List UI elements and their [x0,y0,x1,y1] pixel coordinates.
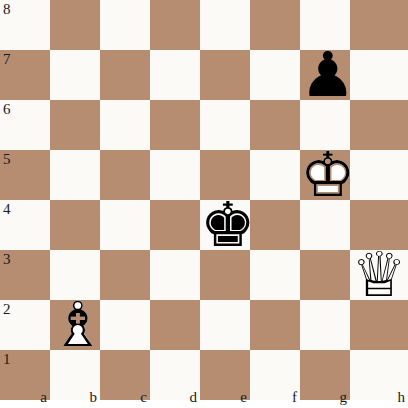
square-f4[interactable] [250,200,300,250]
square-c5[interactable] [100,150,150,200]
square-e6[interactable] [200,100,250,150]
square-f8[interactable] [250,0,300,50]
square-d3[interactable] [150,250,200,300]
white-queen-piece[interactable]: ♛♕ [350,250,408,300]
file-label-e: e [220,389,250,405]
square-f2[interactable] [250,300,300,350]
black-pawn-piece[interactable]: ♟ [300,50,350,100]
square-b5[interactable] [50,150,100,200]
square-h2[interactable] [350,300,408,350]
square-h6[interactable] [350,100,408,150]
square-c6[interactable] [100,100,150,150]
rank-label-8: 8 [3,1,11,17]
square-h4[interactable] [350,200,408,250]
square-g8[interactable] [300,0,350,50]
file-label-g: g [320,389,350,405]
square-c8[interactable] [100,0,150,50]
black-pawn-glyph: ♟ [300,50,350,100]
square-d8[interactable] [150,0,200,50]
square-d5[interactable] [150,150,200,200]
square-g5[interactable]: ♚♔ [300,150,350,200]
square-c4[interactable] [100,200,150,250]
square-e4[interactable]: ♚ [200,200,250,250]
file-label-c: c [120,389,150,405]
square-b2[interactable]: ♝♗ [50,300,100,350]
square-e3[interactable] [200,250,250,300]
square-f6[interactable] [250,100,300,150]
white-queen-fill-layer: ♛ [350,250,408,300]
square-e8[interactable] [200,0,250,50]
file-label-a: a [20,389,50,405]
rank-label-7: 7 [3,51,11,67]
square-c2[interactable] [100,300,150,350]
white-king-fill-layer: ♚ [300,150,350,200]
white-bishop-fill-layer: ♝ [50,300,100,350]
square-h5[interactable] [350,150,408,200]
rank-label-2: 2 [3,301,11,317]
square-b3[interactable] [50,250,100,300]
square-h7[interactable] [350,50,408,100]
black-king-piece[interactable]: ♚ [200,200,250,250]
white-king-glyph: ♔ [300,150,350,200]
rank-label-1: 1 [3,351,11,367]
square-b6[interactable] [50,100,100,150]
square-d7[interactable] [150,50,200,100]
square-e5[interactable] [200,150,250,200]
rank-label-3: 3 [3,251,11,267]
white-queen-glyph: ♕ [350,250,408,300]
chess-board: ♟♚♔♚♛♕♝♗ [0,0,408,400]
square-g6[interactable] [300,100,350,150]
file-label-b: b [70,389,100,405]
square-h8[interactable] [350,0,408,50]
square-f7[interactable] [250,50,300,100]
rank-label-5: 5 [3,151,11,167]
square-e7[interactable] [200,50,250,100]
white-bishop-piece[interactable]: ♝♗ [50,300,100,350]
square-e2[interactable] [200,300,250,350]
file-label-d: d [170,389,200,405]
square-g7[interactable]: ♟ [300,50,350,100]
file-label-f: f [270,389,300,405]
square-d2[interactable] [150,300,200,350]
square-g2[interactable] [300,300,350,350]
square-g3[interactable] [300,250,350,300]
square-g4[interactable] [300,200,350,250]
square-c7[interactable] [100,50,150,100]
square-f3[interactable] [250,250,300,300]
square-b8[interactable] [50,0,100,50]
chess-board-area: ♟♚♔♚♛♕♝♗ 87654321 abcdefgh [0,0,408,408]
square-d6[interactable] [150,100,200,150]
file-label-h: h [378,389,408,405]
rank-label-4: 4 [3,201,11,217]
square-c3[interactable] [100,250,150,300]
square-d4[interactable] [150,200,200,250]
square-f5[interactable] [250,150,300,200]
white-bishop-glyph: ♗ [50,300,100,350]
rank-label-6: 6 [3,101,11,117]
black-king-glyph: ♚ [200,200,250,250]
square-b4[interactable] [50,200,100,250]
white-king-piece[interactable]: ♚♔ [300,150,350,200]
square-h3[interactable]: ♛♕ [350,250,408,300]
square-b7[interactable] [50,50,100,100]
